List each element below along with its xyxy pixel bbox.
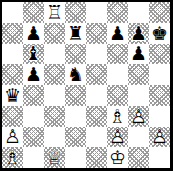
- square-a7[interactable]: [2, 23, 23, 44]
- square-a4[interactable]: ♛♕: [2, 85, 23, 106]
- square-b4[interactable]: [23, 85, 44, 106]
- piece-black-pawn: ♟♙: [128, 23, 149, 44]
- black-queen-glyph-fill: ♛: [2, 85, 23, 106]
- square-d5[interactable]: ♞♘: [65, 64, 86, 85]
- square-a3[interactable]: [2, 106, 23, 127]
- square-h5[interactable]: [149, 64, 170, 85]
- chess-board-frame: ♜♖♟♙♜♖♟♙♟♙♚♔♝♗♟♙♟♙♞♘♛♕♝♗♟♙♟♙♟♙♟♙♝♗♛♕♚♔: [0, 0, 173, 171]
- black-pawn-glyph-fill: ♟: [107, 23, 128, 44]
- piece-black-pawn: ♟♙: [23, 23, 44, 44]
- square-e1[interactable]: [86, 147, 107, 168]
- square-e3[interactable]: [86, 106, 107, 127]
- square-c3[interactable]: [44, 106, 65, 127]
- white-pawn-glyph-outline: ♙: [107, 127, 128, 148]
- square-d7[interactable]: ♜♖: [65, 23, 86, 44]
- square-b6[interactable]: ♝♗: [23, 44, 44, 65]
- square-d2[interactable]: [65, 127, 86, 148]
- white-queen-glyph-outline: ♕: [44, 147, 65, 168]
- piece-black-pawn: ♟♙: [23, 64, 44, 85]
- white-bishop-glyph-outline: ♗: [107, 106, 128, 127]
- square-b3[interactable]: [23, 106, 44, 127]
- chess-board: ♜♖♟♙♜♖♟♙♟♙♚♔♝♗♟♙♟♙♞♘♛♕♝♗♟♙♟♙♟♙♟♙♝♗♛♕♚♔: [2, 2, 170, 168]
- square-e5[interactable]: [86, 64, 107, 85]
- square-g2[interactable]: [128, 127, 149, 148]
- square-h1[interactable]: [149, 147, 170, 168]
- square-d1[interactable]: [65, 147, 86, 168]
- white-rook-glyph-outline: ♖: [44, 2, 65, 23]
- square-h6[interactable]: [149, 44, 170, 65]
- square-g5[interactable]: [128, 64, 149, 85]
- piece-black-queen: ♛♕: [2, 85, 23, 106]
- square-d6[interactable]: [65, 44, 86, 65]
- square-c7[interactable]: [44, 23, 65, 44]
- black-king-glyph-fill: ♚: [149, 23, 170, 44]
- square-f3[interactable]: ♝♗: [107, 106, 128, 127]
- square-f7[interactable]: ♟♙: [107, 23, 128, 44]
- square-b7[interactable]: ♟♙: [23, 23, 44, 44]
- square-a1[interactable]: ♝♗: [2, 147, 23, 168]
- square-c2[interactable]: [44, 127, 65, 148]
- square-h4[interactable]: [149, 85, 170, 106]
- black-pawn-glyph-fill: ♟: [23, 64, 44, 85]
- piece-white-bishop: ♝♗: [2, 147, 23, 168]
- piece-black-rook: ♜♖: [65, 23, 86, 44]
- square-h8[interactable]: [149, 2, 170, 23]
- white-king-glyph-outline: ♔: [107, 147, 128, 168]
- white-pawn-glyph-outline: ♙: [128, 106, 149, 127]
- square-d8[interactable]: [65, 2, 86, 23]
- square-g4[interactable]: [128, 85, 149, 106]
- black-pawn-glyph-fill: ♟: [128, 23, 149, 44]
- black-pawn-glyph-fill: ♟: [128, 44, 149, 65]
- piece-white-pawn: ♟♙: [107, 127, 128, 148]
- square-f8[interactable]: [107, 2, 128, 23]
- white-bishop-glyph-outline: ♗: [2, 147, 23, 168]
- square-e4[interactable]: [86, 85, 107, 106]
- square-c8[interactable]: ♜♖: [44, 2, 65, 23]
- square-g7[interactable]: ♟♙: [128, 23, 149, 44]
- piece-white-bishop: ♝♗: [107, 106, 128, 127]
- square-e6[interactable]: [86, 44, 107, 65]
- square-c6[interactable]: [44, 44, 65, 65]
- square-b1[interactable]: [23, 147, 44, 168]
- piece-black-pawn: ♟♙: [107, 23, 128, 44]
- square-g6[interactable]: ♟♙: [128, 44, 149, 65]
- square-b8[interactable]: [23, 2, 44, 23]
- black-rook-glyph-fill: ♜: [65, 23, 86, 44]
- square-c1[interactable]: ♛♕: [44, 147, 65, 168]
- square-f1[interactable]: ♚♔: [107, 147, 128, 168]
- square-d4[interactable]: [65, 85, 86, 106]
- piece-white-queen: ♛♕: [44, 147, 65, 168]
- square-g1[interactable]: [128, 147, 149, 168]
- square-f4[interactable]: [107, 85, 128, 106]
- square-e7[interactable]: [86, 23, 107, 44]
- square-b2[interactable]: [23, 127, 44, 148]
- piece-black-knight: ♞♘: [65, 64, 86, 85]
- square-a8[interactable]: [2, 2, 23, 23]
- piece-white-pawn: ♟♙: [128, 106, 149, 127]
- piece-black-bishop: ♝♗: [23, 44, 44, 65]
- square-a5[interactable]: [2, 64, 23, 85]
- square-d3[interactable]: [65, 106, 86, 127]
- black-pawn-glyph-fill: ♟: [23, 23, 44, 44]
- piece-white-king: ♚♔: [107, 147, 128, 168]
- piece-white-rook: ♜♖: [44, 2, 65, 23]
- square-e8[interactable]: [86, 2, 107, 23]
- square-h7[interactable]: ♚♔: [149, 23, 170, 44]
- square-a6[interactable]: [2, 44, 23, 65]
- square-g3[interactable]: ♟♙: [128, 106, 149, 127]
- piece-black-pawn: ♟♙: [128, 44, 149, 65]
- square-f5[interactable]: [107, 64, 128, 85]
- square-a2[interactable]: ♟♙: [2, 127, 23, 148]
- square-c5[interactable]: [44, 64, 65, 85]
- square-g8[interactable]: [128, 2, 149, 23]
- square-h2[interactable]: ♟♙: [149, 127, 170, 148]
- piece-white-pawn: ♟♙: [2, 127, 23, 148]
- white-pawn-glyph-outline: ♙: [2, 127, 23, 148]
- white-pawn-glyph-outline: ♙: [149, 127, 170, 148]
- square-f6[interactable]: [107, 44, 128, 65]
- piece-white-pawn: ♟♙: [149, 127, 170, 148]
- square-b5[interactable]: ♟♙: [23, 64, 44, 85]
- square-c4[interactable]: [44, 85, 65, 106]
- black-bishop-glyph-fill: ♝: [23, 44, 44, 65]
- piece-black-king: ♚♔: [149, 23, 170, 44]
- square-h3[interactable]: [149, 106, 170, 127]
- square-e2[interactable]: [86, 127, 107, 148]
- square-f2[interactable]: ♟♙: [107, 127, 128, 148]
- black-knight-glyph-fill: ♞: [65, 64, 86, 85]
